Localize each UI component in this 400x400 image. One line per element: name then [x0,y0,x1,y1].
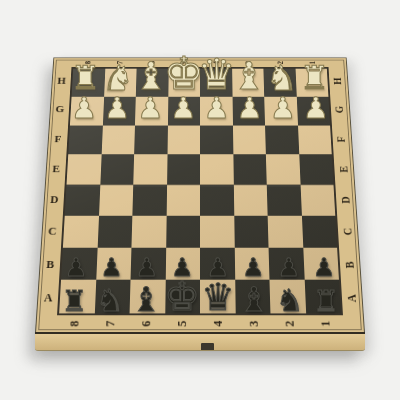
square-C6[interactable] [131,216,166,248]
square-E2[interactable] [266,154,300,184]
square-C7[interactable] [97,216,132,248]
rank-label-G: G [55,104,64,116]
square-D4[interactable] [200,185,234,216]
piece-white-pawn-G4[interactable]: ♟ [204,94,230,123]
product-photo-background: 87654321 87654321 HGFEDCBA HGFEDCBA ♜♞♝♚… [0,0,400,400]
square-C1[interactable] [301,216,337,248]
piece-white-queen-H4[interactable]: ♛ [197,54,235,96]
file-label-3: 3 [246,321,262,327]
square-D7[interactable] [99,185,134,216]
piece-black-knight-A7[interactable]: ♞ [96,284,124,315]
square-F8[interactable] [68,125,102,154]
rank-label-F: F [54,133,62,145]
file-label-5: 5 [174,321,190,327]
square-E6[interactable] [133,154,167,184]
square-F6[interactable] [134,125,167,154]
rank-label-F: F [335,136,349,142]
square-E1[interactable] [299,154,334,184]
piece-white-pawn-G1[interactable]: ♟ [303,94,329,123]
square-E3[interactable] [233,154,267,184]
piece-white-rook-H8[interactable]: ♜ [71,62,100,95]
piece-black-pawn-B3[interactable]: ♟ [242,255,264,280]
square-D2[interactable] [267,185,302,216]
piece-black-rook-A8[interactable]: ♜ [61,286,87,315]
piece-black-pawn-B1[interactable]: ♟ [313,255,335,280]
square-D6[interactable] [132,185,166,216]
square-C4[interactable] [200,216,234,248]
rank-label-D: D [338,197,353,204]
rank-label-E: E [337,166,351,173]
file-label-2: 2 [282,321,298,327]
piece-black-pawn-B6[interactable]: ♟ [136,255,158,280]
square-F5[interactable] [167,125,200,154]
piece-black-queen-A4[interactable]: ♛ [201,279,234,316]
rank-label-H: H [331,78,345,85]
chess-set: 87654321 87654321 HGFEDCBA HGFEDCBA ♜♞♝♚… [0,0,400,400]
rank-label-B: B [46,258,55,271]
square-D8[interactable] [65,185,100,216]
square-E4[interactable] [200,154,233,184]
rank-label-G: G [333,106,347,113]
rank-label-D: D [50,194,59,207]
rank-label-B: B [342,261,357,268]
piece-black-king-A5[interactable]: ♚ [164,277,200,317]
square-C5[interactable] [166,216,200,248]
square-C3[interactable] [234,216,269,248]
file-label-6: 6 [138,321,154,327]
square-C8[interactable] [63,216,99,248]
square-E5[interactable] [167,154,200,184]
square-F7[interactable] [101,125,135,154]
square-D3[interactable] [233,185,267,216]
square-D5[interactable] [166,185,200,216]
piece-white-pawn-G8[interactable]: ♟ [71,94,97,123]
square-E7[interactable] [100,154,134,184]
square-F2[interactable] [265,125,299,154]
piece-black-bishop-A3[interactable]: ♝ [239,282,269,315]
piece-white-rook-H1[interactable]: ♜ [300,62,329,95]
piece-white-knight-H7[interactable]: ♞ [102,60,134,95]
file-label-1: 1 [317,321,333,327]
file-label-7: 7 [102,321,118,327]
piece-black-pawn-B7[interactable]: ♟ [100,255,122,280]
clasp-notch [201,343,214,350]
piece-black-rook-A1[interactable]: ♜ [313,286,339,315]
rank-label-E: E [52,163,60,175]
file-label-8: 8 [66,321,82,327]
square-F1[interactable] [298,125,332,154]
rank-label-A: A [344,294,359,302]
square-F3[interactable] [233,125,266,154]
rank-label-A: A [43,291,52,305]
piece-white-pawn-G5[interactable]: ♟ [170,94,196,123]
square-C2[interactable] [268,216,303,248]
piece-white-pawn-G3[interactable]: ♟ [237,94,263,123]
rank-label-C: C [48,225,57,238]
board-front-edge [35,332,365,351]
piece-black-bishop-A6[interactable]: ♝ [131,282,161,315]
piece-white-pawn-G6[interactable]: ♟ [137,94,163,123]
square-F4[interactable] [200,125,233,154]
piece-black-knight-A2[interactable]: ♞ [276,284,304,315]
square-E8[interactable] [67,154,102,184]
rank-label-C: C [340,228,355,235]
piece-white-pawn-G2[interactable]: ♟ [270,94,296,123]
piece-white-bishop-H3[interactable]: ♝ [232,58,266,96]
file-label-4: 4 [210,321,226,327]
square-D1[interactable] [300,185,335,216]
piece-white-knight-H2[interactable]: ♞ [266,60,298,95]
piece-white-pawn-G7[interactable]: ♟ [104,94,130,123]
piece-black-pawn-B8[interactable]: ♟ [65,255,87,280]
piece-black-pawn-B2[interactable]: ♟ [277,255,299,280]
rank-label-H: H [57,76,66,87]
